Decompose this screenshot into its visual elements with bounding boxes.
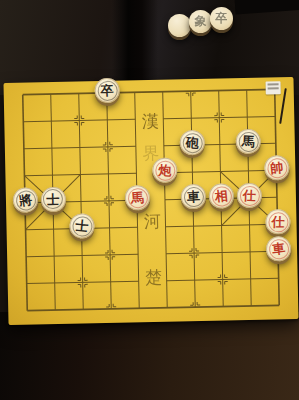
piece-character: 士 <box>46 192 59 205</box>
piece-black-soldier[interactable]: 卒 <box>94 77 120 103</box>
photo-scene: 象卒 漢界河楚 將士士卒砲車馬馬炮相仕帥仕車 <box>0 0 299 400</box>
piece-character: 車 <box>271 241 286 256</box>
piece-character: 卒 <box>100 83 113 96</box>
piece-red-advisor-2[interactable]: 仕 <box>265 209 290 234</box>
piece-character: 將 <box>18 192 33 207</box>
captured-piece-2[interactable]: 象 <box>189 10 212 33</box>
piece-black-chariot[interactable]: 車 <box>180 183 206 209</box>
piece-red-cannon[interactable]: 炮 <box>151 157 177 183</box>
piece-character: 馬 <box>241 134 255 148</box>
river-character-1: 漢 <box>140 110 160 133</box>
river-character-4: 楚 <box>143 266 163 289</box>
piece-character: 砲 <box>185 135 199 149</box>
table-surface-bottom <box>0 312 299 400</box>
captured-piece-character: 象 <box>195 13 207 30</box>
sticker-label <box>266 81 281 94</box>
piece-character: 帥 <box>269 160 283 174</box>
piece-character: 炮 <box>158 163 172 177</box>
river-character-3: 河 <box>142 210 162 233</box>
piece-red-advisor-1[interactable]: 仕 <box>236 182 262 208</box>
piece-character: 仕 <box>242 188 255 201</box>
piece-character: 相 <box>214 188 228 202</box>
captured-piece-3[interactable]: 卒 <box>210 7 233 30</box>
piece-black-horse[interactable]: 馬 <box>234 128 261 155</box>
board-mat: 漢界河楚 將士士卒砲車馬馬炮相仕帥仕車 <box>3 77 298 325</box>
captured-piece-1-face-down[interactable] <box>168 14 191 37</box>
piece-character: 車 <box>186 189 200 203</box>
piece-character: 馬 <box>130 190 144 204</box>
captured-piece-character: 卒 <box>216 10 228 27</box>
piece-character: 士 <box>74 218 88 232</box>
piece-character: 仕 <box>271 215 284 228</box>
